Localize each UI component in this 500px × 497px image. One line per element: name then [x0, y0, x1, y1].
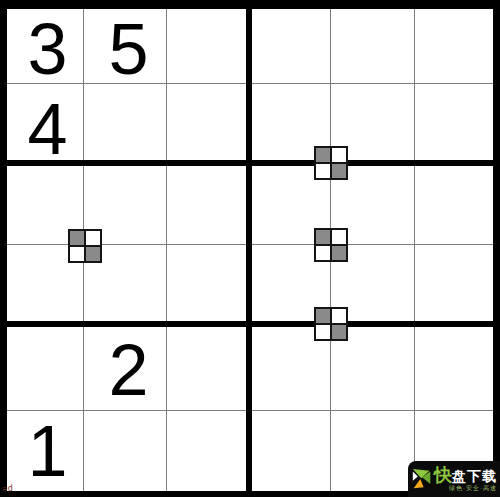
cell-r1c2[interactable]: 5: [88, 9, 169, 89]
cell-r5c3[interactable]: [169, 330, 250, 410]
kuaipan-logo-icon: [412, 467, 432, 491]
cell-r1c5[interactable]: [331, 9, 412, 89]
marker-quadrant-white: [70, 247, 84, 261]
marker-quadrant-gray: [332, 325, 346, 339]
cell-r1c3[interactable]: [169, 9, 250, 89]
marker-quadrant-gray: [332, 164, 346, 178]
cell-r6c2[interactable]: [88, 411, 169, 491]
marker-quadrant-gray: [332, 246, 346, 260]
marker-quadrant-gray: [70, 231, 84, 245]
cell-r5c5[interactable]: [331, 330, 412, 410]
cell-r4c6[interactable]: [412, 250, 493, 330]
cell-r3c3[interactable]: [169, 170, 250, 250]
cell-r2c3[interactable]: [169, 89, 250, 169]
watermark-tagline: 绿色·安全·高速: [434, 484, 497, 492]
given-digit: 5: [108, 13, 148, 85]
watermark-brand-rest: 盘下载: [452, 469, 497, 483]
watermark-badge: 快 盘下载 绿色·安全·高速: [408, 461, 500, 497]
cell-r5c1[interactable]: [7, 330, 88, 410]
cell-r2c6[interactable]: [412, 89, 493, 169]
cell-r5c6[interactable]: [412, 330, 493, 410]
watermark-brand-char: 快: [434, 466, 452, 484]
cell-r1c1[interactable]: 3: [7, 9, 88, 89]
given-digit: 4: [27, 93, 67, 165]
cell-r1c6[interactable]: [412, 9, 493, 89]
marker-quadrant-white: [332, 309, 346, 323]
marker-quadrant-gray: [316, 148, 330, 162]
marker-quadrant-white: [86, 231, 100, 245]
watermark-text-block: 快 盘下载 绿色·安全·高速: [434, 466, 497, 492]
battenburg-marker-r3r4-c1c2: [68, 229, 102, 263]
marker-quadrant-white: [332, 148, 346, 162]
cell-r5c4[interactable]: [250, 330, 331, 410]
cell-r6c3[interactable]: [169, 411, 250, 491]
marker-quadrant-white: [316, 164, 330, 178]
marker-quadrant-gray: [86, 247, 100, 261]
marker-quadrant-gray: [316, 230, 330, 244]
marker-quadrant-white: [316, 246, 330, 260]
cell-r1c4[interactable]: [250, 9, 331, 89]
given-digit: 3: [27, 13, 67, 85]
cell-r6c4[interactable]: [250, 411, 331, 491]
cell-r2c1[interactable]: 4: [7, 89, 88, 169]
cell-r6c1[interactable]: 1: [7, 411, 88, 491]
marker-quadrant-white: [316, 325, 330, 339]
marker-quadrant-gray: [316, 309, 330, 323]
cell-r4c3[interactable]: [169, 250, 250, 330]
battenburg-marker-r3r4-c4c5: [314, 228, 348, 262]
given-digit: 1: [27, 415, 67, 487]
given-digit: 2: [108, 334, 148, 406]
corner-artifact-text: =d: [2, 484, 13, 493]
cell-r5c2[interactable]: 2: [88, 330, 169, 410]
marker-quadrant-white: [332, 230, 346, 244]
battenburg-marker-r2r3-c4c5: [314, 146, 348, 180]
cell-r2c2[interactable]: [88, 89, 169, 169]
cell-r3c6[interactable]: [412, 170, 493, 250]
sudoku-puzzle-image: 3 5 4 2 1: [0, 0, 500, 497]
battenburg-marker-r4r5-c4c5: [314, 307, 348, 341]
cell-r6c5[interactable]: [331, 411, 412, 491]
